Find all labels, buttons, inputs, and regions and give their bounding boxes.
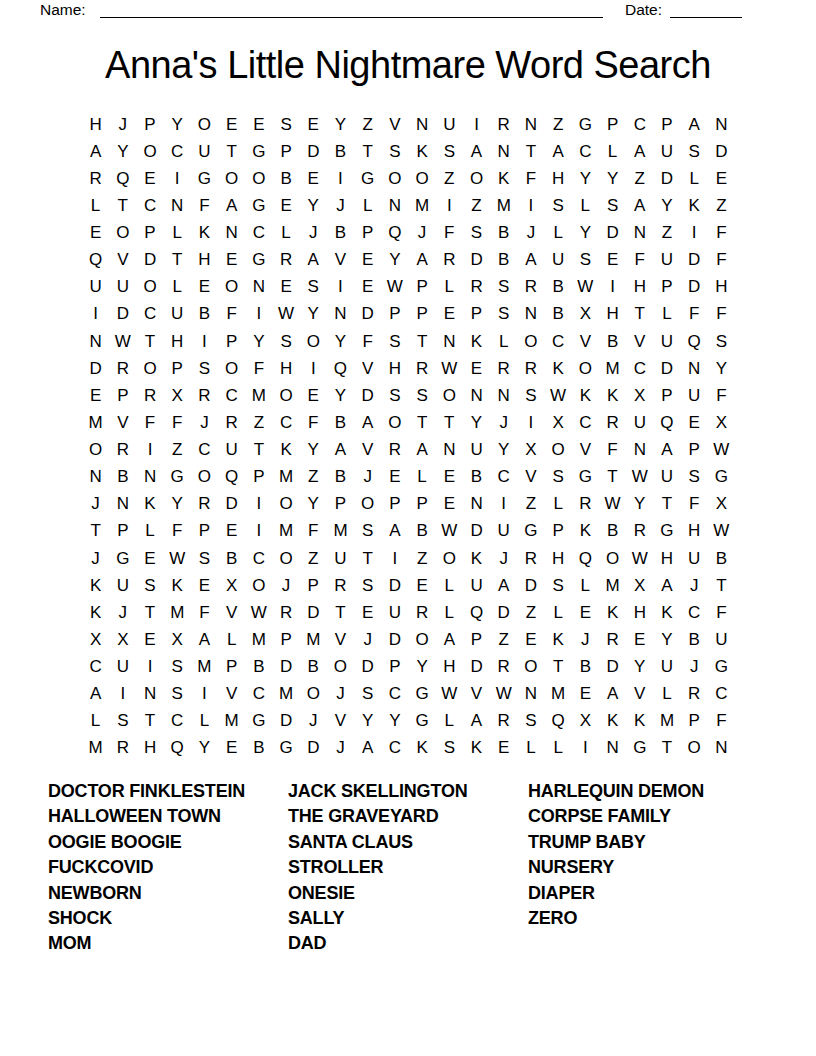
grid-cell[interactable]: G <box>245 247 272 274</box>
grid-cell[interactable]: B <box>545 274 572 301</box>
grid-cell[interactable]: E <box>626 626 653 653</box>
grid-cell[interactable]: I <box>191 328 218 355</box>
grid-cell[interactable]: W <box>272 301 299 328</box>
grid-cell[interactable]: I <box>517 409 544 436</box>
grid-cell[interactable]: Z <box>300 464 327 491</box>
grid-cell[interactable]: N <box>463 382 490 409</box>
grid-cell[interactable]: U <box>82 274 109 301</box>
grid-cell[interactable]: O <box>218 165 245 192</box>
grid-cell[interactable]: P <box>681 437 708 464</box>
grid-cell[interactable]: B <box>327 220 354 247</box>
grid-cell[interactable]: P <box>599 111 626 138</box>
grid-cell[interactable]: A <box>626 192 653 219</box>
grid-cell[interactable]: H <box>436 654 463 681</box>
grid-cell[interactable]: U <box>653 654 680 681</box>
grid-cell[interactable]: E <box>300 382 327 409</box>
grid-cell[interactable]: Q <box>109 165 136 192</box>
grid-cell[interactable]: I <box>245 491 272 518</box>
grid-cell[interactable]: C <box>708 681 735 708</box>
grid-cell[interactable]: Y <box>164 491 191 518</box>
grid-cell[interactable]: A <box>517 247 544 274</box>
grid-cell[interactable]: N <box>436 328 463 355</box>
grid-cell[interactable]: F <box>708 247 735 274</box>
grid-cell[interactable]: T <box>545 654 572 681</box>
grid-cell[interactable]: A <box>490 572 517 599</box>
grid-cell[interactable]: R <box>463 274 490 301</box>
grid-cell[interactable]: A <box>381 518 408 545</box>
grid-cell[interactable]: W <box>436 681 463 708</box>
grid-cell[interactable]: I <box>109 681 136 708</box>
grid-cell[interactable]: C <box>572 409 599 436</box>
grid-cell[interactable]: E <box>136 545 163 572</box>
grid-cell[interactable]: E <box>82 220 109 247</box>
grid-cell[interactable]: T <box>653 491 680 518</box>
grid-cell[interactable]: O <box>463 165 490 192</box>
grid-cell[interactable]: G <box>245 192 272 219</box>
grid-cell[interactable]: U <box>708 626 735 653</box>
grid-cell[interactable]: V <box>572 328 599 355</box>
grid-cell[interactable]: X <box>545 409 572 436</box>
grid-cell[interactable]: H <box>82 111 109 138</box>
grid-cell[interactable]: S <box>681 138 708 165</box>
grid-cell[interactable]: V <box>626 681 653 708</box>
grid-cell[interactable]: V <box>354 355 381 382</box>
grid-cell[interactable]: S <box>572 247 599 274</box>
grid-cell[interactable]: E <box>136 626 163 653</box>
grid-cell[interactable]: K <box>136 491 163 518</box>
grid-cell[interactable]: H <box>545 165 572 192</box>
grid-cell[interactable]: O <box>681 735 708 762</box>
grid-cell[interactable]: Y <box>300 491 327 518</box>
grid-cell[interactable]: S <box>436 735 463 762</box>
grid-cell[interactable]: T <box>354 545 381 572</box>
grid-cell[interactable]: S <box>191 355 218 382</box>
grid-cell[interactable]: B <box>300 654 327 681</box>
grid-cell[interactable]: P <box>354 220 381 247</box>
grid-cell[interactable]: E <box>436 491 463 518</box>
grid-cell[interactable]: B <box>109 464 136 491</box>
grid-cell[interactable]: L <box>490 328 517 355</box>
grid-cell[interactable]: L <box>653 681 680 708</box>
grid-cell[interactable]: L <box>681 165 708 192</box>
grid-cell[interactable]: W <box>436 518 463 545</box>
grid-cell[interactable]: Y <box>381 708 408 735</box>
grid-cell[interactable]: A <box>681 111 708 138</box>
grid-cell[interactable]: M <box>164 599 191 626</box>
grid-cell[interactable]: F <box>354 328 381 355</box>
grid-cell[interactable]: P <box>681 708 708 735</box>
grid-cell[interactable]: P <box>327 491 354 518</box>
grid-cell[interactable]: G <box>354 165 381 192</box>
grid-cell[interactable]: O <box>354 491 381 518</box>
grid-cell[interactable]: U <box>436 111 463 138</box>
grid-cell[interactable]: M <box>490 192 517 219</box>
grid-cell[interactable]: I <box>572 735 599 762</box>
grid-cell[interactable]: K <box>490 165 517 192</box>
grid-cell[interactable]: A <box>82 138 109 165</box>
grid-cell[interactable]: H <box>545 545 572 572</box>
grid-cell[interactable]: L <box>517 735 544 762</box>
grid-cell[interactable]: O <box>272 382 299 409</box>
grid-cell[interactable]: J <box>300 220 327 247</box>
grid-cell[interactable]: Q <box>82 247 109 274</box>
grid-cell[interactable]: J <box>681 572 708 599</box>
grid-cell[interactable]: B <box>272 165 299 192</box>
grid-cell[interactable]: K <box>545 355 572 382</box>
grid-cell[interactable]: W <box>599 491 626 518</box>
grid-cell[interactable]: R <box>436 247 463 274</box>
grid-cell[interactable]: S <box>354 681 381 708</box>
grid-cell[interactable]: F <box>218 301 245 328</box>
grid-cell[interactable]: Z <box>545 111 572 138</box>
grid-cell[interactable]: R <box>409 355 436 382</box>
grid-cell[interactable]: S <box>490 301 517 328</box>
grid-cell[interactable]: E <box>300 165 327 192</box>
grid-cell[interactable]: S <box>409 382 436 409</box>
grid-cell[interactable]: T <box>599 464 626 491</box>
grid-cell[interactable]: X <box>626 572 653 599</box>
grid-cell[interactable]: C <box>218 382 245 409</box>
grid-cell[interactable]: W <box>545 382 572 409</box>
grid-cell[interactable]: A <box>463 708 490 735</box>
grid-cell[interactable]: I <box>681 220 708 247</box>
grid-cell[interactable]: P <box>381 301 408 328</box>
grid-cell[interactable]: T <box>708 572 735 599</box>
grid-cell[interactable]: P <box>409 274 436 301</box>
grid-cell[interactable]: P <box>218 328 245 355</box>
grid-cell[interactable]: F <box>599 437 626 464</box>
grid-cell[interactable]: Y <box>599 165 626 192</box>
grid-cell[interactable]: I <box>490 491 517 518</box>
grid-cell[interactable]: R <box>490 111 517 138</box>
grid-cell[interactable]: T <box>354 138 381 165</box>
grid-cell[interactable]: A <box>191 626 218 653</box>
grid-cell[interactable]: R <box>272 247 299 274</box>
grid-cell[interactable]: F <box>708 382 735 409</box>
grid-cell[interactable]: E <box>218 735 245 762</box>
grid-cell[interactable]: K <box>82 572 109 599</box>
grid-cell[interactable]: K <box>191 220 218 247</box>
grid-cell[interactable]: Z <box>409 545 436 572</box>
grid-cell[interactable]: N <box>381 192 408 219</box>
grid-cell[interactable]: H <box>191 247 218 274</box>
grid-cell[interactable]: L <box>545 599 572 626</box>
grid-cell[interactable]: Y <box>327 328 354 355</box>
grid-cell[interactable]: N <box>490 382 517 409</box>
grid-cell[interactable]: Z <box>708 192 735 219</box>
grid-cell[interactable]: D <box>653 165 680 192</box>
grid-cell[interactable]: O <box>218 274 245 301</box>
grid-cell[interactable]: N <box>82 464 109 491</box>
grid-cell[interactable]: E <box>436 301 463 328</box>
grid-cell[interactable]: T <box>136 328 163 355</box>
grid-cell[interactable]: K <box>463 545 490 572</box>
grid-cell[interactable]: P <box>463 626 490 653</box>
grid-cell[interactable]: G <box>626 735 653 762</box>
grid-cell[interactable]: B <box>327 138 354 165</box>
grid-cell[interactable]: H <box>164 328 191 355</box>
grid-cell[interactable]: S <box>545 572 572 599</box>
grid-cell[interactable]: S <box>191 545 218 572</box>
grid-cell[interactable]: E <box>191 572 218 599</box>
grid-cell[interactable]: J <box>272 572 299 599</box>
grid-cell[interactable]: J <box>82 545 109 572</box>
grid-cell[interactable]: Y <box>572 165 599 192</box>
grid-cell[interactable]: M <box>245 626 272 653</box>
grid-cell[interactable]: N <box>136 681 163 708</box>
grid-cell[interactable]: I <box>436 192 463 219</box>
grid-cell[interactable]: F <box>708 708 735 735</box>
grid-cell[interactable]: J <box>490 409 517 436</box>
grid-cell[interactable]: R <box>136 382 163 409</box>
grid-cell[interactable]: E <box>490 735 517 762</box>
grid-cell[interactable]: N <box>599 735 626 762</box>
grid-cell[interactable]: M <box>245 382 272 409</box>
grid-cell[interactable]: S <box>354 572 381 599</box>
grid-cell[interactable]: H <box>626 274 653 301</box>
grid-cell[interactable]: A <box>653 572 680 599</box>
grid-cell[interactable]: D <box>463 654 490 681</box>
grid-cell[interactable]: E <box>463 355 490 382</box>
grid-cell[interactable]: U <box>109 274 136 301</box>
grid-cell[interactable]: N <box>517 681 544 708</box>
grid-cell[interactable]: D <box>218 491 245 518</box>
grid-cell[interactable]: J <box>354 626 381 653</box>
grid-cell[interactable]: M <box>218 708 245 735</box>
grid-cell[interactable]: K <box>599 382 626 409</box>
grid-cell[interactable]: B <box>245 735 272 762</box>
grid-cell[interactable]: O <box>599 545 626 572</box>
grid-cell[interactable]: L <box>436 599 463 626</box>
grid-cell[interactable]: S <box>381 382 408 409</box>
grid-cell[interactable]: P <box>272 626 299 653</box>
grid-cell[interactable]: S <box>381 138 408 165</box>
grid-cell[interactable]: I <box>327 274 354 301</box>
grid-cell[interactable]: L <box>545 735 572 762</box>
grid-cell[interactable]: E <box>517 626 544 653</box>
grid-cell[interactable]: Y <box>463 409 490 436</box>
grid-cell[interactable]: O <box>272 545 299 572</box>
grid-cell[interactable]: I <box>82 301 109 328</box>
grid-cell[interactable]: J <box>191 409 218 436</box>
grid-cell[interactable]: Y <box>653 626 680 653</box>
grid-cell[interactable]: C <box>272 409 299 436</box>
grid-cell[interactable]: U <box>626 409 653 436</box>
grid-cell[interactable]: E <box>572 599 599 626</box>
grid-cell[interactable]: D <box>681 274 708 301</box>
grid-cell[interactable]: R <box>490 654 517 681</box>
grid-cell[interactable]: J <box>327 735 354 762</box>
grid-cell[interactable]: W <box>381 274 408 301</box>
grid-cell[interactable]: E <box>218 518 245 545</box>
grid-cell[interactable]: K <box>545 626 572 653</box>
grid-cell[interactable]: P <box>136 111 163 138</box>
grid-cell[interactable]: P <box>191 518 218 545</box>
grid-cell[interactable]: Q <box>218 464 245 491</box>
grid-cell[interactable]: S <box>517 708 544 735</box>
grid-cell[interactable]: P <box>545 518 572 545</box>
grid-cell[interactable]: S <box>109 708 136 735</box>
grid-cell[interactable]: S <box>517 382 544 409</box>
grid-cell[interactable]: B <box>409 518 436 545</box>
grid-cell[interactable]: T <box>136 599 163 626</box>
grid-cell[interactable]: L <box>272 220 299 247</box>
grid-cell[interactable]: W <box>572 274 599 301</box>
grid-cell[interactable]: Y <box>300 437 327 464</box>
grid-cell[interactable]: J <box>327 681 354 708</box>
grid-cell[interactable]: U <box>327 545 354 572</box>
grid-cell[interactable]: S <box>436 138 463 165</box>
grid-cell[interactable]: Y <box>626 654 653 681</box>
grid-cell[interactable]: S <box>136 572 163 599</box>
grid-cell[interactable]: B <box>463 464 490 491</box>
grid-cell[interactable]: E <box>218 247 245 274</box>
grid-cell[interactable]: Q <box>681 328 708 355</box>
grid-cell[interactable]: V <box>218 599 245 626</box>
grid-cell[interactable]: N <box>681 355 708 382</box>
grid-cell[interactable]: Q <box>381 220 408 247</box>
grid-cell[interactable]: O <box>436 545 463 572</box>
grid-cell[interactable]: Q <box>463 599 490 626</box>
grid-cell[interactable]: T <box>436 409 463 436</box>
grid-cell[interactable]: X <box>164 626 191 653</box>
grid-cell[interactable]: Y <box>409 654 436 681</box>
grid-cell[interactable]: G <box>572 464 599 491</box>
grid-cell[interactable]: O <box>409 165 436 192</box>
grid-cell[interactable]: A <box>653 437 680 464</box>
grid-cell[interactable]: F <box>300 409 327 436</box>
grid-cell[interactable]: Z <box>164 437 191 464</box>
grid-cell[interactable]: E <box>82 382 109 409</box>
grid-cell[interactable]: U <box>681 545 708 572</box>
grid-cell[interactable]: J <box>517 220 544 247</box>
grid-cell[interactable]: O <box>191 111 218 138</box>
grid-cell[interactable]: L <box>164 220 191 247</box>
grid-cell[interactable]: U <box>653 138 680 165</box>
grid-cell[interactable]: O <box>517 654 544 681</box>
grid-cell[interactable]: E <box>300 111 327 138</box>
grid-cell[interactable]: W <box>164 545 191 572</box>
grid-cell[interactable]: O <box>572 355 599 382</box>
grid-cell[interactable]: P <box>136 220 163 247</box>
grid-cell[interactable]: I <box>463 111 490 138</box>
grid-cell[interactable]: W <box>245 599 272 626</box>
grid-cell[interactable]: T <box>409 328 436 355</box>
grid-cell[interactable]: R <box>517 274 544 301</box>
grid-cell[interactable]: M <box>272 681 299 708</box>
grid-cell[interactable]: Y <box>653 192 680 219</box>
grid-cell[interactable]: E <box>572 681 599 708</box>
grid-cell[interactable]: X <box>218 572 245 599</box>
grid-cell[interactable]: L <box>436 572 463 599</box>
grid-cell[interactable]: D <box>381 572 408 599</box>
grid-cell[interactable]: E <box>354 599 381 626</box>
grid-cell[interactable]: Z <box>463 192 490 219</box>
grid-cell[interactable]: U <box>463 437 490 464</box>
grid-cell[interactable]: B <box>681 626 708 653</box>
grid-cell[interactable]: N <box>708 111 735 138</box>
grid-cell[interactable]: X <box>708 491 735 518</box>
grid-cell[interactable]: W <box>708 518 735 545</box>
grid-cell[interactable]: I <box>517 192 544 219</box>
grid-cell[interactable]: J <box>354 464 381 491</box>
grid-cell[interactable]: U <box>653 464 680 491</box>
grid-cell[interactable]: D <box>300 138 327 165</box>
grid-cell[interactable]: E <box>272 274 299 301</box>
grid-cell[interactable]: E <box>409 572 436 599</box>
grid-cell[interactable]: A <box>436 626 463 653</box>
grid-cell[interactable]: O <box>136 138 163 165</box>
grid-cell[interactable]: C <box>626 111 653 138</box>
grid-cell[interactable]: S <box>272 111 299 138</box>
grid-cell[interactable]: I <box>136 437 163 464</box>
grid-cell[interactable]: O <box>327 654 354 681</box>
grid-cell[interactable]: P <box>381 654 408 681</box>
grid-cell[interactable]: A <box>409 247 436 274</box>
date-input-line[interactable] <box>670 1 742 18</box>
grid-cell[interactable]: U <box>109 654 136 681</box>
grid-cell[interactable]: A <box>599 681 626 708</box>
grid-cell[interactable]: W <box>490 681 517 708</box>
grid-cell[interactable]: C <box>136 192 163 219</box>
grid-cell[interactable]: I <box>599 274 626 301</box>
grid-cell[interactable]: O <box>409 626 436 653</box>
grid-cell[interactable]: B <box>572 654 599 681</box>
grid-cell[interactable]: E <box>354 247 381 274</box>
grid-cell[interactable]: W <box>109 328 136 355</box>
grid-cell[interactable]: I <box>136 654 163 681</box>
grid-cell[interactable]: N <box>626 220 653 247</box>
grid-cell[interactable]: Z <box>517 491 544 518</box>
grid-cell[interactable]: Q <box>653 409 680 436</box>
grid-cell[interactable]: I <box>327 165 354 192</box>
grid-cell[interactable]: R <box>517 355 544 382</box>
grid-cell[interactable]: V <box>572 437 599 464</box>
grid-cell[interactable]: L <box>572 572 599 599</box>
grid-cell[interactable]: C <box>490 464 517 491</box>
grid-cell[interactable]: B <box>191 301 218 328</box>
grid-cell[interactable]: D <box>109 301 136 328</box>
grid-cell[interactable]: N <box>164 192 191 219</box>
grid-cell[interactable]: D <box>517 572 544 599</box>
grid-cell[interactable]: F <box>191 192 218 219</box>
grid-cell[interactable]: L <box>599 138 626 165</box>
grid-cell[interactable]: B <box>327 464 354 491</box>
grid-cell[interactable]: S <box>354 518 381 545</box>
grid-cell[interactable]: X <box>517 437 544 464</box>
grid-cell[interactable]: W <box>436 355 463 382</box>
grid-cell[interactable]: I <box>245 518 272 545</box>
grid-cell[interactable]: J <box>572 626 599 653</box>
grid-cell[interactable]: T <box>653 735 680 762</box>
grid-cell[interactable]: M <box>191 654 218 681</box>
grid-cell[interactable]: N <box>82 328 109 355</box>
grid-cell[interactable]: G <box>517 518 544 545</box>
grid-cell[interactable]: O <box>245 572 272 599</box>
grid-cell[interactable]: N <box>708 735 735 762</box>
grid-cell[interactable]: G <box>409 708 436 735</box>
grid-cell[interactable]: E <box>436 464 463 491</box>
grid-cell[interactable]: F <box>517 165 544 192</box>
grid-cell[interactable]: S <box>599 192 626 219</box>
grid-cell[interactable]: P <box>653 111 680 138</box>
grid-cell[interactable]: O <box>82 437 109 464</box>
grid-cell[interactable]: L <box>82 708 109 735</box>
grid-cell[interactable]: Y <box>708 355 735 382</box>
grid-cell[interactable]: M <box>327 518 354 545</box>
grid-cell[interactable]: D <box>490 599 517 626</box>
grid-cell[interactable]: G <box>708 464 735 491</box>
